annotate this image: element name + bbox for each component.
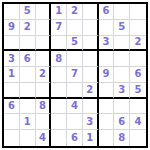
cell-r5c7[interactable]: 9 — [99, 67, 115, 83]
cell-r4c2[interactable]: 6 — [20, 51, 36, 67]
cell-r4c7[interactable] — [99, 51, 115, 67]
cell-r4c9[interactable] — [130, 51, 146, 67]
cell-r7c4[interactable] — [51, 99, 67, 115]
cell-r6c2[interactable] — [20, 83, 36, 99]
cell-r2c8[interactable]: 5 — [114, 20, 130, 36]
cell-r9c1[interactable] — [4, 130, 20, 146]
cell-r4c3[interactable] — [36, 51, 52, 67]
cell-r7c8[interactable] — [114, 99, 130, 115]
cell-r9c6[interactable]: 1 — [83, 130, 99, 146]
cell-r2c2[interactable]: 2 — [20, 20, 36, 36]
cell-r2c3[interactable] — [36, 20, 52, 36]
cell-r1c5[interactable]: 2 — [67, 4, 83, 20]
cell-r3c1[interactable] — [4, 36, 20, 52]
cell-r8c8[interactable]: 6 — [114, 114, 130, 130]
cell-r1c2[interactable]: 5 — [20, 4, 36, 20]
cell-r6c1[interactable] — [4, 83, 20, 99]
cell-r2c1[interactable]: 9 — [4, 20, 20, 36]
cell-r6c6[interactable]: 2 — [83, 83, 99, 99]
cell-r4c8[interactable] — [114, 51, 130, 67]
cell-r9c3[interactable]: 4 — [36, 130, 52, 146]
cell-r8c3[interactable] — [36, 114, 52, 130]
cell-r8c4[interactable] — [51, 114, 67, 130]
cell-r2c7[interactable] — [99, 20, 115, 36]
cell-r5c6[interactable] — [83, 67, 99, 83]
cell-r9c9[interactable] — [130, 130, 146, 146]
cell-r2c6[interactable] — [83, 20, 99, 36]
cell-r7c3[interactable]: 8 — [36, 99, 52, 115]
cell-r6c5[interactable] — [67, 83, 83, 99]
cell-r2c9[interactable] — [130, 20, 146, 36]
cell-r9c4[interactable] — [51, 130, 67, 146]
cell-r6c8[interactable]: 3 — [114, 83, 130, 99]
cell-r9c2[interactable] — [20, 130, 36, 146]
cell-r5c5[interactable]: 7 — [67, 67, 83, 83]
cell-r7c2[interactable] — [20, 99, 36, 115]
cell-r9c5[interactable]: 6 — [67, 130, 83, 146]
cell-r9c7[interactable] — [99, 130, 115, 146]
cell-r3c9[interactable]: 2 — [130, 36, 146, 52]
cell-r6c7[interactable] — [99, 83, 115, 99]
cell-r3c6[interactable] — [83, 36, 99, 52]
cell-r5c1[interactable]: 1 — [4, 67, 20, 83]
cell-r7c6[interactable] — [83, 99, 99, 115]
cell-r3c4[interactable] — [51, 36, 67, 52]
cell-r8c5[interactable] — [67, 114, 83, 130]
cell-r2c5[interactable] — [67, 20, 83, 36]
cell-r1c6[interactable] — [83, 4, 99, 20]
cell-r8c1[interactable] — [4, 114, 20, 130]
cell-r5c3[interactable]: 2 — [36, 67, 52, 83]
cell-r7c9[interactable] — [130, 99, 146, 115]
cell-r1c9[interactable] — [130, 4, 146, 20]
cell-r3c2[interactable] — [20, 36, 36, 52]
cell-r1c8[interactable] — [114, 4, 130, 20]
cell-r2c4[interactable]: 7 — [51, 20, 67, 36]
cell-r1c7[interactable]: 6 — [99, 4, 115, 20]
cell-r8c9[interactable]: 4 — [130, 114, 146, 130]
cell-r1c1[interactable] — [4, 4, 20, 20]
cell-r9c8[interactable]: 8 — [114, 130, 130, 146]
cell-r5c2[interactable] — [20, 67, 36, 83]
cell-r5c8[interactable] — [114, 67, 130, 83]
cell-r6c3[interactable] — [36, 83, 52, 99]
cell-r6c4[interactable] — [51, 83, 67, 99]
sudoku-board: 512692755323681279623568413644618 — [2, 2, 148, 148]
cell-r5c9[interactable]: 6 — [130, 67, 146, 83]
cell-r3c8[interactable] — [114, 36, 130, 52]
cell-r4c6[interactable] — [83, 51, 99, 67]
cell-r3c7[interactable]: 3 — [99, 36, 115, 52]
cell-r4c5[interactable] — [67, 51, 83, 67]
cell-r5c4[interactable] — [51, 67, 67, 83]
cell-r8c7[interactable] — [99, 114, 115, 130]
cell-r7c1[interactable]: 6 — [4, 99, 20, 115]
cell-r7c5[interactable]: 4 — [67, 99, 83, 115]
cell-r8c2[interactable]: 1 — [20, 114, 36, 130]
cell-r3c5[interactable]: 5 — [67, 36, 83, 52]
cell-r4c1[interactable]: 3 — [4, 51, 20, 67]
cell-r6c9[interactable]: 5 — [130, 83, 146, 99]
cell-r1c4[interactable]: 1 — [51, 4, 67, 20]
cell-r1c3[interactable] — [36, 4, 52, 20]
cell-r7c7[interactable] — [99, 99, 115, 115]
cell-r4c4[interactable]: 8 — [51, 51, 67, 67]
cell-r3c3[interactable] — [36, 36, 52, 52]
cell-r8c6[interactable]: 3 — [83, 114, 99, 130]
